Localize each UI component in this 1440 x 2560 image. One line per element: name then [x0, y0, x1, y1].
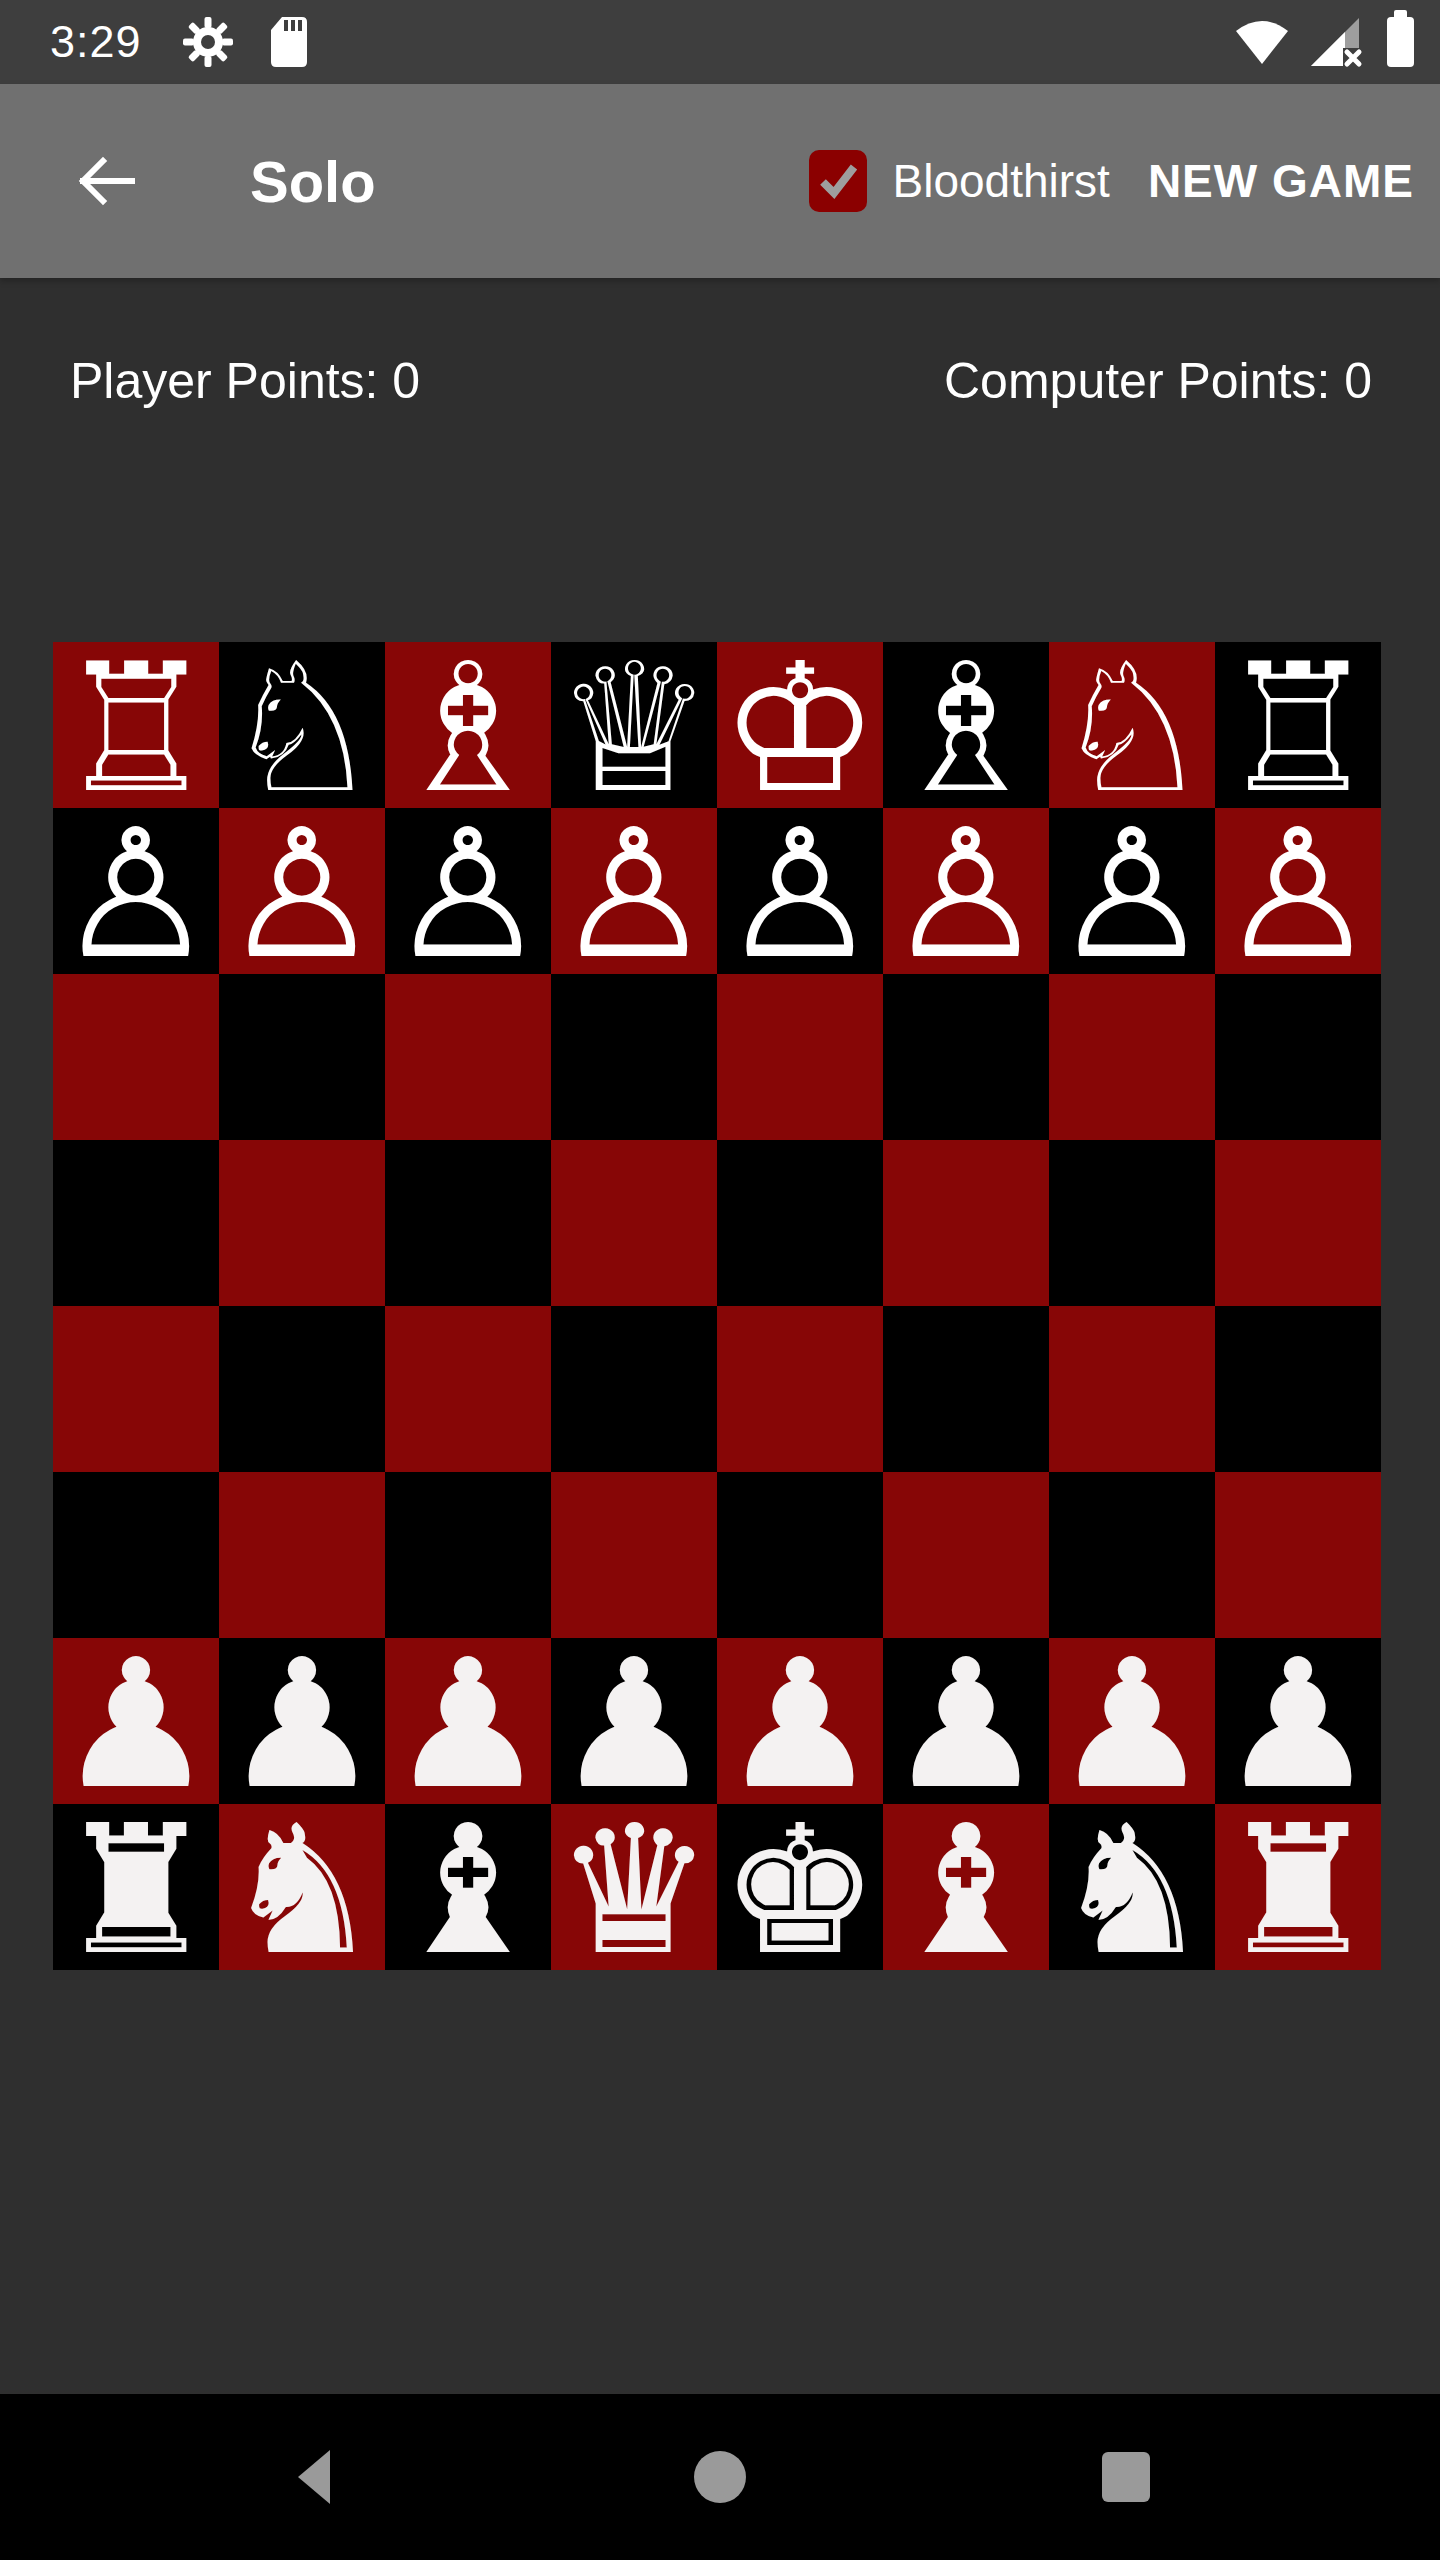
square-h8[interactable]: ♖: [1215, 642, 1381, 808]
square-e2[interactable]: ♟: [717, 1638, 883, 1804]
piece-bP: ♙: [388, 812, 548, 978]
piece-wQ: ♛: [554, 1808, 714, 1974]
square-d2[interactable]: ♟: [551, 1638, 717, 1804]
square-f3[interactable]: [883, 1472, 1049, 1638]
square-g1[interactable]: ♞: [1049, 1804, 1215, 1970]
piece-wP: ♟: [886, 1642, 1046, 1808]
square-c6[interactable]: [385, 974, 551, 1140]
square-d7[interactable]: ♙: [551, 808, 717, 974]
nav-back-button[interactable]: [284, 2447, 344, 2507]
piece-bP: ♙: [554, 812, 714, 978]
square-f1[interactable]: ♝: [883, 1804, 1049, 1970]
square-d6[interactable]: [551, 974, 717, 1140]
nav-home-icon: [694, 2451, 746, 2503]
back-button[interactable]: [70, 146, 140, 216]
square-a3[interactable]: [53, 1472, 219, 1638]
piece-wP: ♟: [1218, 1642, 1378, 1808]
square-b4[interactable]: [219, 1306, 385, 1472]
piece-bP: ♙: [222, 812, 382, 978]
piece-bN: ♘: [222, 646, 382, 812]
square-b6[interactable]: [219, 974, 385, 1140]
computer-points: Computer Points: 0: [944, 352, 1372, 410]
square-b3[interactable]: [219, 1472, 385, 1638]
square-a6[interactable]: [53, 974, 219, 1140]
square-e7[interactable]: ♙: [717, 808, 883, 974]
square-h2[interactable]: ♟: [1215, 1638, 1381, 1804]
piece-bN: ♘: [1052, 646, 1212, 812]
square-f7[interactable]: ♙: [883, 808, 1049, 974]
square-c1[interactable]: ♝: [385, 1804, 551, 1970]
square-e5[interactable]: [717, 1140, 883, 1306]
status-bar: 3:29: [0, 0, 1440, 84]
square-c5[interactable]: [385, 1140, 551, 1306]
square-h4[interactable]: [1215, 1306, 1381, 1472]
piece-bP: ♙: [56, 812, 216, 978]
square-a1[interactable]: ♜: [53, 1804, 219, 1970]
square-e1[interactable]: ♚: [717, 1804, 883, 1970]
piece-bP: ♙: [1052, 812, 1212, 978]
square-e6[interactable]: [717, 974, 883, 1140]
square-c3[interactable]: [385, 1472, 551, 1638]
square-f4[interactable]: [883, 1306, 1049, 1472]
square-h5[interactable]: [1215, 1140, 1381, 1306]
square-e3[interactable]: [717, 1472, 883, 1638]
square-g4[interactable]: [1049, 1306, 1215, 1472]
clock: 3:29: [50, 16, 142, 68]
square-c4[interactable]: [385, 1306, 551, 1472]
piece-bP: ♙: [886, 812, 1046, 978]
new-game-button[interactable]: NEW GAME: [1140, 134, 1422, 228]
battery-icon: [1387, 17, 1414, 67]
piece-wP: ♟: [222, 1642, 382, 1808]
piece-wP: ♟: [388, 1642, 548, 1808]
piece-bR: ♖: [56, 646, 216, 812]
piece-wB: ♝: [886, 1808, 1046, 1974]
piece-wP: ♟: [554, 1642, 714, 1808]
bloodthirst-label[interactable]: Bloodthirst: [893, 154, 1110, 208]
bloodthirst-checkbox[interactable]: [809, 150, 867, 212]
piece-wB: ♝: [388, 1808, 548, 1974]
piece-bK: ♔: [720, 646, 880, 812]
piece-bP: ♙: [1218, 812, 1378, 978]
piece-bB: ♗: [388, 646, 548, 812]
square-g3[interactable]: [1049, 1472, 1215, 1638]
piece-wR: ♜: [56, 1808, 216, 1974]
chess-board: ♖♘♗♕♔♗♘♖♙♙♙♙♙♙♙♙♟♟♟♟♟♟♟♟♜♞♝♛♚♝♞♜: [53, 642, 1381, 1970]
nav-recents-button[interactable]: [1096, 2447, 1156, 2507]
square-b5[interactable]: [219, 1140, 385, 1306]
square-c2[interactable]: ♟: [385, 1638, 551, 1804]
square-g8[interactable]: ♘: [1049, 642, 1215, 808]
piece-wK: ♚: [720, 1808, 880, 1974]
nav-recents-icon: [1102, 2452, 1150, 2502]
android-nav-bar: [0, 2394, 1440, 2560]
settings-gear-icon: [180, 14, 236, 70]
cell-signal-x-icon: [1307, 16, 1365, 68]
piece-bB: ♗: [886, 646, 1046, 812]
score-row: Player Points: 0 Computer Points: 0: [70, 352, 1372, 410]
page-title: Solo: [250, 148, 376, 215]
square-b2[interactable]: ♟: [219, 1638, 385, 1804]
square-d3[interactable]: [551, 1472, 717, 1638]
square-a4[interactable]: [53, 1306, 219, 1472]
app-bar: Solo Bloodthirst NEW GAME: [0, 84, 1440, 278]
square-h6[interactable]: [1215, 974, 1381, 1140]
square-d1[interactable]: ♛: [551, 1804, 717, 1970]
square-h7[interactable]: ♙: [1215, 808, 1381, 974]
square-b1[interactable]: ♞: [219, 1804, 385, 1970]
square-f8[interactable]: ♗: [883, 642, 1049, 808]
piece-bR: ♖: [1218, 646, 1378, 812]
piece-wP: ♟: [720, 1642, 880, 1808]
square-a8[interactable]: ♖: [53, 642, 219, 808]
square-g7[interactable]: ♙: [1049, 808, 1215, 974]
square-d8[interactable]: ♕: [551, 642, 717, 808]
piece-wP: ♟: [56, 1642, 216, 1808]
square-h1[interactable]: ♜: [1215, 1804, 1381, 1970]
square-g5[interactable]: [1049, 1140, 1215, 1306]
square-h3[interactable]: [1215, 1472, 1381, 1638]
piece-wR: ♜: [1218, 1808, 1378, 1974]
wifi-icon: [1233, 18, 1291, 66]
nav-back-icon: [286, 2447, 342, 2507]
square-g6[interactable]: [1049, 974, 1215, 1140]
player-points: Player Points: 0: [70, 352, 420, 410]
square-d5[interactable]: [551, 1140, 717, 1306]
square-a7[interactable]: ♙: [53, 808, 219, 974]
square-b7[interactable]: ♙: [219, 808, 385, 974]
square-e8[interactable]: ♔: [717, 642, 883, 808]
sd-card-icon: [262, 14, 316, 70]
piece-wP: ♟: [1052, 1642, 1212, 1808]
piece-wN: ♞: [1052, 1808, 1212, 1974]
square-a2[interactable]: ♟: [53, 1638, 219, 1804]
check-icon: [815, 158, 861, 204]
arrow-back-icon: [72, 148, 138, 214]
square-c7[interactable]: ♙: [385, 808, 551, 974]
square-a5[interactable]: [53, 1140, 219, 1306]
piece-bP: ♙: [720, 812, 880, 978]
square-d4[interactable]: [551, 1306, 717, 1472]
square-b8[interactable]: ♘: [219, 642, 385, 808]
nav-home-button[interactable]: [690, 2447, 750, 2507]
square-f5[interactable]: [883, 1140, 1049, 1306]
square-f6[interactable]: [883, 974, 1049, 1140]
square-g2[interactable]: ♟: [1049, 1638, 1215, 1804]
square-e4[interactable]: [717, 1306, 883, 1472]
square-f2[interactable]: ♟: [883, 1638, 1049, 1804]
square-c8[interactable]: ♗: [385, 642, 551, 808]
piece-bQ: ♕: [554, 646, 714, 812]
piece-wN: ♞: [222, 1808, 382, 1974]
